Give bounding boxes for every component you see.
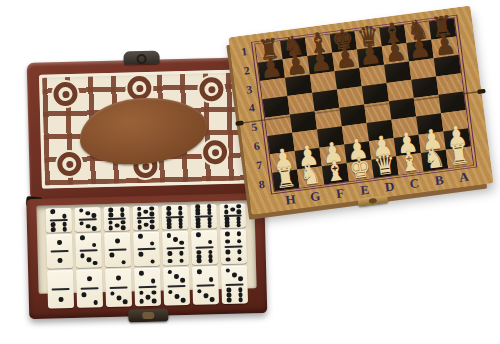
file-label: B	[425, 168, 453, 192]
domino-half	[162, 231, 188, 248]
pip	[138, 234, 143, 239]
pip	[238, 297, 243, 302]
pip	[92, 243, 97, 248]
pip	[137, 220, 142, 225]
domino-half	[133, 219, 159, 231]
pip	[196, 233, 201, 238]
domino-tile-1-2	[76, 269, 103, 308]
pip	[173, 237, 178, 242]
pip	[120, 212, 125, 217]
domino-half	[134, 250, 160, 267]
pip	[115, 223, 120, 228]
lid-inner-mat	[39, 69, 248, 188]
pip	[168, 251, 173, 256]
domino-half	[48, 290, 74, 309]
pip	[237, 239, 242, 244]
pip	[210, 297, 215, 302]
lid-clasp-icon	[123, 51, 159, 65]
domino-half	[47, 252, 73, 269]
pip	[203, 293, 208, 298]
pip	[225, 223, 230, 228]
file-label: H	[277, 188, 305, 212]
pip	[168, 270, 173, 275]
chess-set: 12345678 ♜♞♝♚♛♝♞♜♟♟♟♟♟♟♟♟♟♟♟♟♟♟♟♟♜♞♝♚♛♝♞…	[217, 0, 500, 225]
domino-tile-3-3	[74, 207, 101, 232]
domino-half	[75, 233, 101, 250]
pip	[51, 227, 56, 232]
pip	[93, 261, 98, 266]
domino-tile-2-3	[192, 266, 219, 305]
pip	[196, 224, 201, 229]
domino-half	[75, 220, 101, 232]
domino-half	[74, 207, 100, 219]
pip	[139, 299, 144, 304]
domino-row	[42, 229, 251, 268]
domino-half	[221, 265, 247, 284]
domino-tray	[36, 200, 256, 294]
pip	[116, 295, 121, 300]
pip	[226, 250, 231, 255]
pip	[92, 226, 97, 231]
pip	[238, 292, 243, 297]
pip	[178, 211, 183, 216]
pip	[62, 214, 67, 219]
pip	[86, 224, 91, 229]
domino-tile-4-6	[161, 205, 188, 230]
domino-half	[191, 230, 217, 247]
base-latch-icon	[128, 308, 168, 322]
domino-tile-3-4	[162, 231, 189, 266]
pip	[152, 290, 157, 295]
pip	[238, 276, 243, 281]
domino-half	[193, 286, 219, 305]
file-label: F	[326, 181, 354, 205]
domino-half	[76, 269, 102, 288]
pip	[139, 252, 144, 257]
file-label: G	[302, 185, 330, 209]
pip	[108, 220, 113, 225]
pip	[92, 213, 97, 218]
pip	[237, 250, 242, 255]
domino-half	[192, 266, 218, 285]
domino-tile-4-5	[103, 206, 130, 231]
pip	[149, 206, 154, 211]
board-hinge-icon	[235, 121, 244, 126]
pip	[168, 259, 173, 264]
pip	[230, 207, 235, 212]
domino-tile-2-4	[45, 208, 72, 233]
pip	[227, 287, 232, 292]
pip	[227, 292, 232, 297]
pip	[108, 226, 113, 231]
domino-half	[45, 208, 71, 220]
pip	[139, 290, 144, 295]
pip	[226, 257, 231, 262]
domino-half	[222, 285, 248, 304]
domino-half	[104, 219, 130, 231]
pip	[209, 277, 214, 282]
pip	[110, 291, 115, 296]
pip	[82, 292, 87, 297]
chess-board-grid: ♜♞♝♚♛♝♞♜♟♟♟♟♟♟♟♟♟♟♟♟♟♟♟♟♜♞♝♚♛♝♞♜	[255, 18, 473, 191]
pip	[139, 271, 144, 276]
domino-tile-1-2	[104, 232, 131, 267]
pip	[179, 251, 184, 256]
domino-tile-6-6	[190, 204, 217, 229]
pip	[224, 210, 229, 215]
pip	[143, 209, 148, 214]
pip	[180, 278, 185, 283]
domino-tile-2-2	[133, 232, 160, 267]
domino-half	[103, 206, 129, 218]
pip	[207, 224, 212, 229]
domino-tile-3-3	[163, 267, 190, 306]
domino-tile-3-6	[221, 265, 248, 304]
domino-tile-1-1	[46, 234, 73, 269]
pip	[167, 233, 172, 238]
pip	[150, 225, 155, 230]
board-hinge-icon	[477, 89, 486, 94]
domino-half	[192, 248, 218, 265]
pip	[208, 239, 213, 244]
domino-half	[47, 270, 73, 289]
pip	[174, 274, 179, 279]
domino-tile-5-5	[132, 206, 159, 231]
pip	[80, 236, 85, 241]
domino-half	[191, 217, 217, 229]
pip	[87, 276, 92, 281]
domino-half	[163, 249, 189, 266]
domino-half	[134, 268, 160, 287]
chess-board-frame: 12345678 ♜♞♝♚♛♝♞♜♟♟♟♟♟♟♟♟♟♟♟♟♟♟♟♟♜♞♝♚♛♝♞…	[228, 6, 493, 215]
pip	[116, 275, 121, 280]
domino-tile-2-5	[134, 268, 161, 307]
pip	[197, 289, 202, 294]
pip	[93, 300, 98, 305]
domino-half	[76, 251, 102, 268]
pip	[197, 269, 202, 274]
domino-half	[77, 289, 103, 308]
pip	[123, 300, 128, 305]
pip	[237, 257, 242, 262]
pip	[208, 258, 213, 263]
pip	[181, 298, 186, 303]
pip	[197, 259, 202, 264]
pip	[121, 220, 126, 225]
pip	[152, 299, 157, 304]
domino-tile-2-6	[191, 230, 218, 265]
domino-tile-0-1	[47, 270, 74, 309]
domino-half	[161, 205, 187, 217]
pip	[62, 227, 67, 232]
pip	[137, 207, 142, 212]
pip	[59, 297, 64, 302]
domino-tile-2-3	[75, 233, 102, 268]
pip	[224, 204, 229, 209]
pip	[80, 253, 85, 258]
pip	[144, 222, 149, 227]
domino-half	[190, 204, 216, 216]
pip	[174, 294, 179, 299]
domino-half	[163, 267, 189, 286]
domino-half	[133, 232, 159, 249]
pip	[179, 241, 184, 246]
domino-half	[104, 232, 130, 249]
pip	[167, 225, 172, 230]
pip	[137, 212, 142, 217]
pip	[150, 219, 155, 224]
domino-tile-4-4	[220, 229, 247, 264]
domino-half	[221, 247, 247, 264]
pip	[85, 211, 90, 216]
pip	[137, 225, 142, 230]
pip	[145, 295, 150, 300]
domino-half	[135, 288, 161, 307]
domino-box-base	[26, 193, 267, 319]
rank-label: 8	[252, 172, 271, 198]
pip	[226, 268, 231, 273]
file-label: A	[450, 165, 478, 189]
domino-half	[164, 287, 190, 306]
pip	[79, 208, 84, 213]
file-label: C	[401, 172, 429, 196]
pip	[167, 211, 172, 216]
pip	[109, 212, 114, 217]
pip	[178, 224, 183, 229]
pip	[115, 238, 120, 243]
pip	[150, 259, 155, 264]
pinstripe-border: ♜♞♝♚♛♝♞♜♟♟♟♟♟♟♟♟♟♟♟♟♟♟♟♟♜♞♝♚♛♝♞♜	[251, 15, 477, 195]
domino-half	[46, 234, 72, 251]
pip	[237, 232, 242, 237]
pip	[225, 232, 230, 237]
pip	[121, 260, 126, 265]
pip	[225, 239, 230, 244]
pip	[86, 257, 91, 262]
domino-tile-1-3	[105, 268, 132, 307]
product-photo-stage: 12345678 ♜♞♝♚♛♝♞♜♟♟♟♟♟♟♟♟♟♟♟♟♟♟♟♟♜♞♝♚♛♝♞…	[0, 0, 500, 344]
pip	[151, 278, 156, 283]
domino-half	[46, 221, 72, 233]
pip	[121, 225, 126, 230]
pip	[236, 223, 241, 228]
pip	[168, 290, 173, 295]
pip	[179, 258, 184, 263]
domino-half	[106, 288, 132, 307]
domino-half	[162, 218, 188, 230]
pip	[57, 258, 62, 263]
domino-half	[132, 206, 158, 218]
pip	[150, 212, 155, 217]
pip	[79, 221, 84, 226]
pip	[227, 298, 232, 303]
pip	[50, 209, 55, 214]
pip	[238, 287, 243, 292]
domino-half	[105, 250, 131, 267]
pip	[150, 241, 155, 246]
pip	[57, 240, 62, 245]
domino-row	[43, 265, 252, 308]
pip	[232, 272, 237, 277]
pip	[110, 253, 115, 258]
domino-row	[41, 203, 250, 232]
domino-half	[105, 268, 131, 287]
domino-half	[220, 229, 246, 246]
